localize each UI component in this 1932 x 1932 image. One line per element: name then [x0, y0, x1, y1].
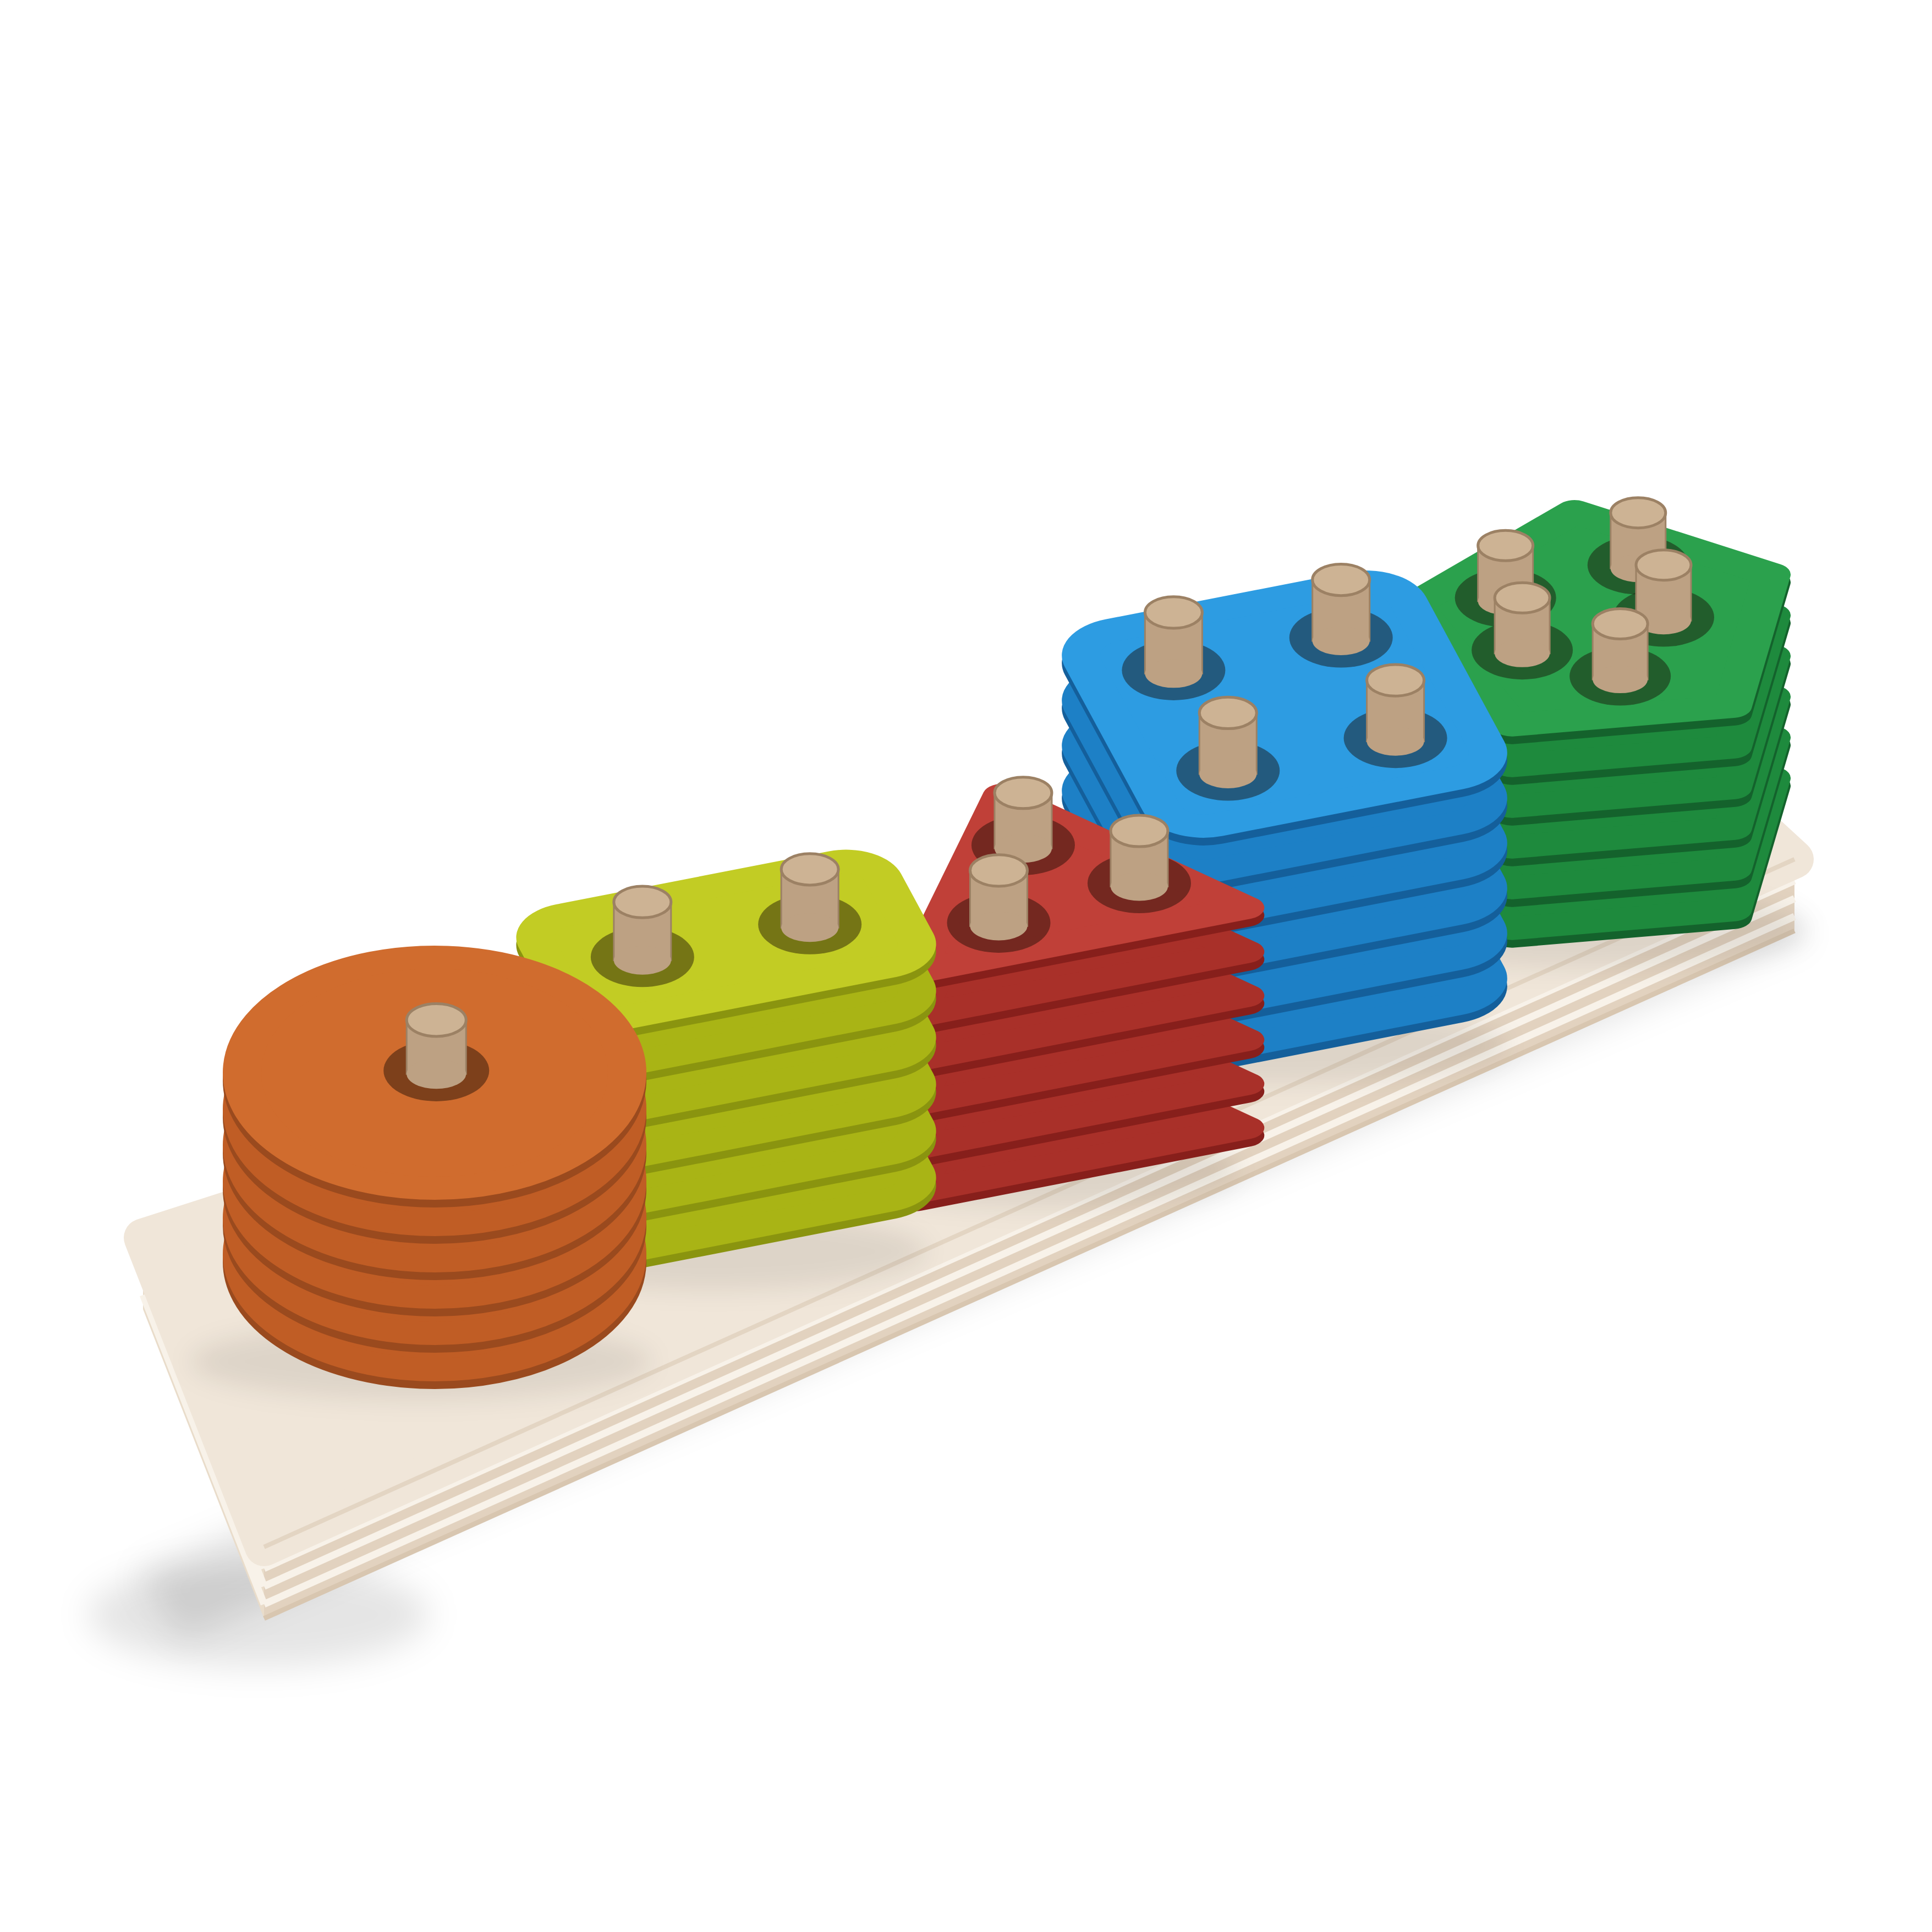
peg-bottom [407, 1059, 466, 1089]
peg-bottom [970, 912, 1027, 940]
peg-bottom [781, 913, 838, 942]
peg-top [1636, 550, 1691, 580]
peg-top [1313, 564, 1370, 595]
peg-bottom [1145, 659, 1202, 688]
peg-top [1367, 665, 1424, 696]
peg-bottom [1593, 666, 1648, 693]
peg-top [1199, 697, 1256, 728]
peg-bottom [1111, 872, 1168, 901]
peg-bottom [614, 946, 671, 975]
peg-top [1593, 609, 1648, 639]
peg-top [407, 1004, 466, 1036]
peg-bottom [1495, 640, 1550, 667]
peg-top [1145, 597, 1202, 628]
peg-bottom [1199, 760, 1256, 788]
page: { "game": "wooden-shape-color-counting-s… [0, 0, 1932, 1932]
scene-svg [0, 0, 1932, 1932]
peg-top [1495, 583, 1550, 613]
peg-top [995, 777, 1052, 809]
piece-layer [1069, 575, 1499, 833]
peg-bottom [1313, 627, 1370, 655]
peg-top [781, 854, 838, 885]
peg-bottom [1367, 727, 1424, 756]
peg-top [970, 855, 1027, 886]
stack-orange-circles [190, 927, 677, 1407]
peg-top [1611, 498, 1666, 528]
peg-top [1478, 530, 1533, 561]
peg-top [614, 886, 671, 918]
peg-top [1111, 815, 1168, 847]
product-photo [0, 0, 1932, 1932]
